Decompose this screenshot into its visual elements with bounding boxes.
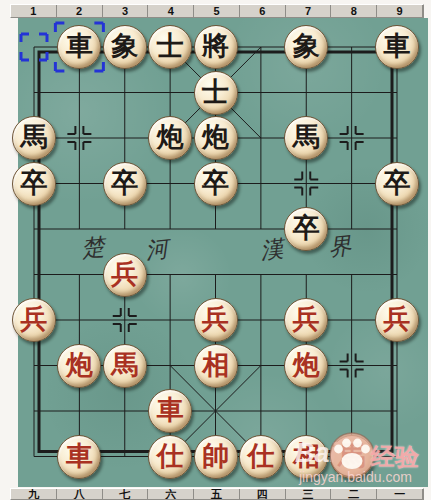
piece-glyph: 卒 [384, 165, 411, 201]
piece-glyph: 兵 [202, 301, 229, 337]
piece-black-elephant[interactable]: 象 [284, 25, 328, 69]
piece-glyph: 相 [293, 438, 320, 474]
piece-black-advisor[interactable]: 士 [194, 71, 238, 115]
piece-glyph: 馬 [338, 438, 365, 474]
piece-glyph: 帥 [202, 438, 229, 474]
piece-black-soldier[interactable]: 卒 [375, 162, 419, 206]
coord-label: 4 [148, 5, 194, 17]
piece-black-advisor[interactable]: 士 [148, 25, 192, 69]
piece-glyph: 卒 [21, 165, 48, 201]
piece-red-elephant[interactable]: 相 [284, 435, 328, 479]
coord-label: 三 [286, 489, 332, 499]
piece-glyph: 馬 [111, 347, 138, 383]
piece-black-cannon[interactable]: 炮 [194, 116, 238, 160]
piece-glyph: 兵 [21, 301, 48, 337]
piece-red-soldier[interactable]: 兵 [12, 298, 56, 342]
piece-red-soldier[interactable]: 兵 [103, 253, 147, 297]
piece-glyph: 象 [111, 28, 138, 64]
piece-glyph: 炮 [157, 119, 184, 155]
piece-red-chariot[interactable]: 車 [57, 435, 101, 479]
piece-red-chariot[interactable]: 車 [148, 389, 192, 433]
coord-label: 6 [240, 5, 286, 17]
piece-glyph: 車 [157, 392, 184, 428]
river-label: 界 [327, 230, 353, 263]
xiangqi-app-window: 123456789 車象士將象車士馬炮炮馬卒卒卒卒卒兵兵兵兵兵炮馬相炮車車仕帥仕… [0, 0, 431, 500]
coord-label: 8 [331, 5, 377, 17]
piece-glyph: 車 [66, 438, 93, 474]
piece-black-horse[interactable]: 馬 [12, 116, 56, 160]
piece-black-soldier[interactable]: 卒 [194, 162, 238, 206]
coord-label: 五 [194, 489, 240, 499]
coord-label: 六 [148, 489, 194, 499]
piece-glyph: 炮 [66, 347, 93, 383]
piece-red-cannon[interactable]: 炮 [284, 344, 328, 388]
piece-glyph: 兵 [293, 301, 320, 337]
piece-glyph: 象 [293, 28, 320, 64]
piece-black-horse[interactable]: 馬 [284, 116, 328, 160]
piece-glyph: 馬 [293, 119, 320, 155]
piece-red-advisor[interactable]: 仕 [148, 435, 192, 479]
piece-glyph: 相 [202, 347, 229, 383]
piece-glyph: 士 [157, 28, 184, 64]
river-label: 漢 [259, 233, 285, 266]
piece-glyph: 車 [66, 28, 93, 64]
piece-glyph: 馬 [21, 119, 48, 155]
piece-glyph: 兵 [384, 301, 411, 337]
piece-glyph: 車 [384, 28, 411, 64]
top-coordinate-bar: 123456789 [10, 4, 424, 18]
piece-red-advisor[interactable]: 仕 [239, 435, 283, 479]
bottom-coordinate-bar: 九八七六五四三二一 [10, 488, 424, 500]
piece-red-soldier[interactable]: 兵 [375, 298, 419, 342]
piece-black-soldier[interactable]: 卒 [103, 162, 147, 206]
piece-black-cannon[interactable]: 炮 [148, 116, 192, 160]
piece-glyph: 仕 [157, 438, 184, 474]
coord-label: 二 [331, 489, 377, 499]
coord-label: 2 [57, 5, 103, 17]
coord-label: 7 [286, 5, 332, 17]
river-label: 楚 [80, 231, 106, 264]
piece-glyph: 卒 [111, 165, 138, 201]
piece-glyph: 卒 [202, 165, 229, 201]
piece-glyph: 士 [202, 74, 229, 110]
piece-black-soldier[interactable]: 卒 [284, 207, 328, 251]
coord-label: 七 [103, 489, 149, 499]
piece-glyph: 將 [202, 28, 229, 64]
piece-glyph: 卒 [293, 210, 320, 246]
coord-label: 9 [377, 5, 423, 17]
piece-black-chariot[interactable]: 車 [375, 25, 419, 69]
coord-label: 四 [240, 489, 286, 499]
coord-label: 3 [103, 5, 149, 17]
piece-red-soldier[interactable]: 兵 [284, 298, 328, 342]
piece-red-elephant[interactable]: 相 [194, 344, 238, 388]
piece-red-soldier[interactable]: 兵 [194, 298, 238, 342]
coord-label: 1 [11, 5, 57, 17]
piece-black-soldier[interactable]: 卒 [12, 162, 56, 206]
coord-label: 九 [11, 489, 57, 499]
piece-black-elephant[interactable]: 象 [103, 25, 147, 69]
piece-glyph: 炮 [293, 347, 320, 383]
coord-label: 一 [377, 489, 423, 499]
piece-glyph: 仕 [247, 438, 274, 474]
piece-black-general[interactable]: 將 [194, 25, 238, 69]
coord-label: 5 [194, 5, 240, 17]
river-label: 河 [144, 233, 170, 266]
piece-red-general[interactable]: 帥 [194, 435, 238, 479]
piece-red-horse[interactable]: 馬 [330, 435, 374, 479]
piece-red-cannon[interactable]: 炮 [57, 344, 101, 388]
piece-red-horse[interactable]: 馬 [103, 344, 147, 388]
coord-label: 八 [57, 489, 103, 499]
piece-glyph: 兵 [111, 256, 138, 292]
piece-glyph: 炮 [202, 119, 229, 155]
